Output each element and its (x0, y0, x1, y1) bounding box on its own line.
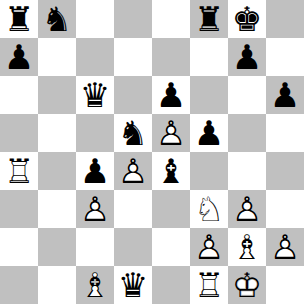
piece-black-queen: ♛ (80, 78, 110, 112)
square-e6[interactable]: ♟ (152, 76, 190, 114)
white-bishop-outline-layer: ♗ (232, 227, 262, 267)
square-h1[interactable] (266, 266, 304, 304)
white-pawn-outline-layer: ♙ (80, 189, 110, 229)
square-a6[interactable] (0, 76, 38, 114)
piece-white-knight: ♞♘ (194, 192, 224, 226)
square-g7[interactable]: ♟ (228, 38, 266, 76)
white-pawn-outline-layer: ♙ (156, 113, 186, 153)
square-d6[interactable] (114, 76, 152, 114)
square-e2[interactable] (152, 228, 190, 266)
square-a1[interactable] (0, 266, 38, 304)
square-d2[interactable] (114, 228, 152, 266)
piece-black-pawn: ♟ (80, 154, 110, 188)
piece-white-pawn: ♟♙ (80, 192, 110, 226)
square-g6[interactable] (228, 76, 266, 114)
square-g1[interactable]: ♚♔ (228, 266, 266, 304)
white-pawn-outline-layer: ♙ (232, 189, 262, 229)
square-c5[interactable] (76, 114, 114, 152)
square-h6[interactable]: ♟ (266, 76, 304, 114)
piece-black-pawn: ♟ (232, 40, 262, 74)
square-b8[interactable]: ♞ (38, 0, 76, 38)
piece-white-king: ♚♔ (232, 268, 262, 302)
square-c4[interactable]: ♟ (76, 152, 114, 190)
square-g8[interactable]: ♚ (228, 0, 266, 38)
square-b2[interactable] (38, 228, 76, 266)
square-h3[interactable] (266, 190, 304, 228)
square-g4[interactable] (228, 152, 266, 190)
square-f2[interactable]: ♟♙ (190, 228, 228, 266)
square-c1[interactable]: ♝♗ (76, 266, 114, 304)
square-e7[interactable] (152, 38, 190, 76)
square-h7[interactable] (266, 38, 304, 76)
piece-white-pawn: ♟♙ (270, 230, 300, 264)
piece-white-pawn: ♟♙ (118, 154, 148, 188)
square-f7[interactable] (190, 38, 228, 76)
square-a2[interactable] (0, 228, 38, 266)
piece-white-pawn: ♟♙ (156, 116, 186, 150)
square-a4[interactable]: ♜♖ (0, 152, 38, 190)
white-king-outline-layer: ♔ (232, 265, 262, 304)
square-f1[interactable]: ♜♖ (190, 266, 228, 304)
square-g5[interactable] (228, 114, 266, 152)
piece-white-bishop: ♝♗ (80, 268, 110, 302)
square-h2[interactable]: ♟♙ (266, 228, 304, 266)
square-e4[interactable]: ♝ (152, 152, 190, 190)
piece-black-knight: ♞ (42, 2, 72, 36)
square-d3[interactable] (114, 190, 152, 228)
square-h4[interactable] (266, 152, 304, 190)
square-e1[interactable] (152, 266, 190, 304)
white-pawn-outline-layer: ♙ (118, 151, 148, 191)
square-g2[interactable]: ♝♗ (228, 228, 266, 266)
piece-black-king: ♚ (232, 2, 262, 36)
square-a8[interactable]: ♜ (0, 0, 38, 38)
piece-black-rook: ♜ (4, 2, 34, 36)
square-f6[interactable] (190, 76, 228, 114)
piece-white-rook: ♜♖ (4, 154, 34, 188)
piece-black-pawn: ♟ (270, 78, 300, 112)
piece-white-bishop: ♝♗ (232, 230, 262, 264)
square-c7[interactable] (76, 38, 114, 76)
square-g3[interactable]: ♟♙ (228, 190, 266, 228)
square-d7[interactable] (114, 38, 152, 76)
square-d8[interactable] (114, 0, 152, 38)
piece-black-pawn: ♟ (156, 78, 186, 112)
white-pawn-outline-layer: ♙ (270, 227, 300, 267)
square-d1[interactable]: ♛ (114, 266, 152, 304)
square-c8[interactable] (76, 0, 114, 38)
piece-black-knight: ♞ (118, 116, 148, 150)
white-bishop-outline-layer: ♗ (80, 265, 110, 304)
square-e3[interactable] (152, 190, 190, 228)
white-rook-outline-layer: ♖ (4, 151, 34, 191)
piece-black-pawn: ♟ (4, 40, 34, 74)
white-knight-outline-layer: ♘ (194, 189, 224, 229)
piece-black-rook: ♜ (194, 2, 224, 36)
piece-white-pawn: ♟♙ (194, 230, 224, 264)
square-f8[interactable]: ♜ (190, 0, 228, 38)
square-h8[interactable] (266, 0, 304, 38)
white-rook-outline-layer: ♖ (194, 265, 224, 304)
white-pawn-outline-layer: ♙ (194, 227, 224, 267)
square-b7[interactable] (38, 38, 76, 76)
square-a7[interactable]: ♟ (0, 38, 38, 76)
square-b4[interactable] (38, 152, 76, 190)
piece-black-queen: ♛ (118, 268, 148, 302)
square-e5[interactable]: ♟♙ (152, 114, 190, 152)
square-b3[interactable] (38, 190, 76, 228)
square-f4[interactable] (190, 152, 228, 190)
piece-black-bishop: ♝ (156, 154, 186, 188)
chess-board: ♜♞♜♚♟♟♛♟♟♞♟♙♟♜♖♟♟♙♝♟♙♞♘♟♙♟♙♝♗♟♙♝♗♛♜♖♚♔ (0, 0, 304, 304)
square-d4[interactable]: ♟♙ (114, 152, 152, 190)
piece-black-pawn: ♟ (194, 116, 224, 150)
square-b5[interactable] (38, 114, 76, 152)
square-c2[interactable] (76, 228, 114, 266)
square-b6[interactable] (38, 76, 76, 114)
piece-white-rook: ♜♖ (194, 268, 224, 302)
square-a5[interactable] (0, 114, 38, 152)
square-c3[interactable]: ♟♙ (76, 190, 114, 228)
square-d5[interactable]: ♞ (114, 114, 152, 152)
square-f3[interactable]: ♞♘ (190, 190, 228, 228)
piece-white-pawn: ♟♙ (232, 192, 262, 226)
square-a3[interactable] (0, 190, 38, 228)
square-c6[interactable]: ♛ (76, 76, 114, 114)
square-b1[interactable] (38, 266, 76, 304)
square-h5[interactable] (266, 114, 304, 152)
square-f5[interactable]: ♟ (190, 114, 228, 152)
square-e8[interactable] (152, 0, 190, 38)
